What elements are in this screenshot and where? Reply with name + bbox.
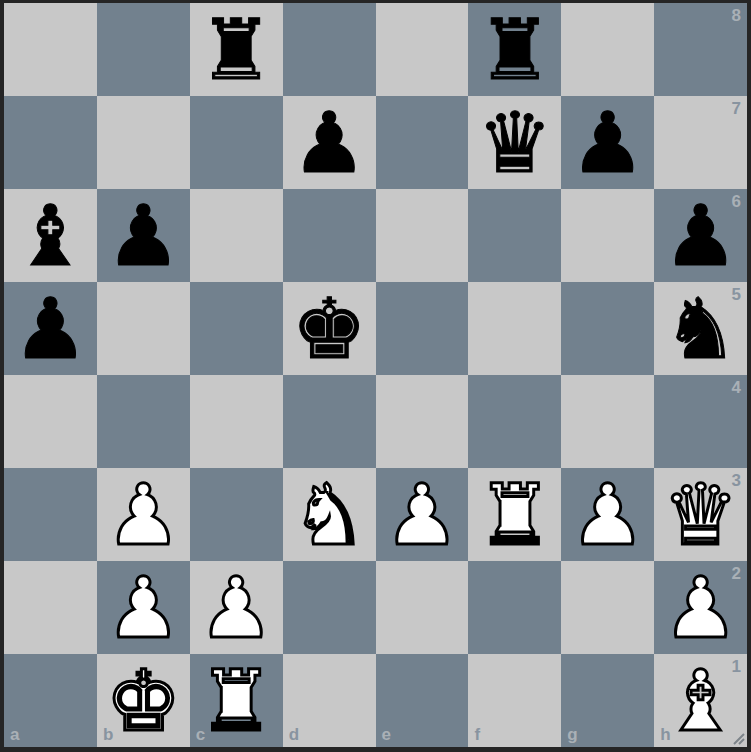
rank-label-4: 4 [732,379,741,396]
square-e5[interactable] [376,282,469,375]
square-a2[interactable] [4,561,97,654]
rank-label-3: 3 [732,472,741,489]
square-b5[interactable] [97,282,190,375]
square-e1[interactable]: e [376,654,469,747]
square-a8[interactable] [4,3,97,96]
square-d7[interactable]: ♟ [283,96,376,189]
square-d1[interactable]: d [283,654,376,747]
rank-label-5: 5 [732,286,741,303]
square-b8[interactable] [97,3,190,96]
square-d3[interactable]: ♞ [283,468,376,561]
black-pawn[interactable]: ♟ [561,96,654,189]
square-c3[interactable] [190,468,283,561]
chess-board: ♜♜8♟♛♟7♝♟6♟♟♚5♞4♟♞♟♜♟3♛♟♟2♟ab♚c♜defg1h♝ [0,0,751,752]
file-label-a: a [10,726,19,743]
white-pawn[interactable]: ♟ [561,468,654,561]
square-b4[interactable] [97,375,190,468]
black-bishop[interactable]: ♝ [4,189,97,282]
square-c8[interactable]: ♜ [190,3,283,96]
black-king[interactable]: ♚ [283,282,376,375]
square-d2[interactable] [283,561,376,654]
square-a4[interactable] [4,375,97,468]
file-label-c: c [196,726,205,743]
square-c1[interactable]: c♜ [190,654,283,747]
square-g1[interactable]: g [561,654,654,747]
file-label-d: d [289,726,299,743]
square-e4[interactable] [376,375,469,468]
square-b3[interactable]: ♟ [97,468,190,561]
square-d6[interactable] [283,189,376,282]
square-c5[interactable] [190,282,283,375]
square-e6[interactable] [376,189,469,282]
rank-label-8: 8 [732,7,741,24]
square-d8[interactable] [283,3,376,96]
square-h5[interactable]: 5♞ [654,282,747,375]
black-pawn[interactable]: ♟ [97,189,190,282]
square-a1[interactable]: a [4,654,97,747]
square-a3[interactable] [4,468,97,561]
square-b7[interactable] [97,96,190,189]
square-g2[interactable] [561,561,654,654]
square-c6[interactable] [190,189,283,282]
board-resize-handle-icon[interactable] [730,730,746,746]
square-f8[interactable]: ♜ [468,3,561,96]
rank-label-1: 1 [732,658,741,675]
square-h7[interactable]: 7 [654,96,747,189]
file-label-e: e [382,726,391,743]
square-h2[interactable]: 2♟ [654,561,747,654]
square-c7[interactable] [190,96,283,189]
file-label-h: h [660,726,670,743]
square-g8[interactable] [561,3,654,96]
square-c2[interactable]: ♟ [190,561,283,654]
white-pawn[interactable]: ♟ [376,468,469,561]
white-rook[interactable]: ♜ [468,468,561,561]
square-e2[interactable] [376,561,469,654]
rank-label-2: 2 [732,565,741,582]
black-queen[interactable]: ♛ [468,96,561,189]
board-grid: ♜♜8♟♛♟7♝♟6♟♟♚5♞4♟♞♟♜♟3♛♟♟2♟ab♚c♜defg1h♝ [4,3,747,747]
square-f1[interactable]: f [468,654,561,747]
square-g5[interactable] [561,282,654,375]
square-a6[interactable]: ♝ [4,189,97,282]
file-label-b: b [103,726,113,743]
file-label-g: g [567,726,577,743]
square-d4[interactable] [283,375,376,468]
white-pawn[interactable]: ♟ [97,468,190,561]
square-h6[interactable]: 6♟ [654,189,747,282]
square-b2[interactable]: ♟ [97,561,190,654]
white-pawn[interactable]: ♟ [190,561,283,654]
square-c4[interactable] [190,375,283,468]
square-f7[interactable]: ♛ [468,96,561,189]
square-g4[interactable] [561,375,654,468]
square-b1[interactable]: b♚ [97,654,190,747]
square-h1[interactable]: 1h♝ [654,654,747,747]
square-g3[interactable]: ♟ [561,468,654,561]
file-label-f: f [474,726,480,743]
white-knight[interactable]: ♞ [283,468,376,561]
rank-label-6: 6 [732,193,741,210]
black-rook[interactable]: ♜ [190,3,283,96]
square-e8[interactable] [376,3,469,96]
square-h4[interactable]: 4 [654,375,747,468]
square-f4[interactable] [468,375,561,468]
rank-label-7: 7 [732,100,741,117]
black-rook[interactable]: ♜ [468,3,561,96]
square-e7[interactable] [376,96,469,189]
square-e3[interactable]: ♟ [376,468,469,561]
square-f2[interactable] [468,561,561,654]
black-pawn[interactable]: ♟ [4,282,97,375]
square-f3[interactable]: ♜ [468,468,561,561]
square-g7[interactable]: ♟ [561,96,654,189]
square-a7[interactable] [4,96,97,189]
square-a5[interactable]: ♟ [4,282,97,375]
square-f6[interactable] [468,189,561,282]
black-pawn[interactable]: ♟ [283,96,376,189]
square-b6[interactable]: ♟ [97,189,190,282]
square-d5[interactable]: ♚ [283,282,376,375]
square-h3[interactable]: 3♛ [654,468,747,561]
square-f5[interactable] [468,282,561,375]
white-pawn[interactable]: ♟ [97,561,190,654]
square-g6[interactable] [561,189,654,282]
square-h8[interactable]: 8 [654,3,747,96]
